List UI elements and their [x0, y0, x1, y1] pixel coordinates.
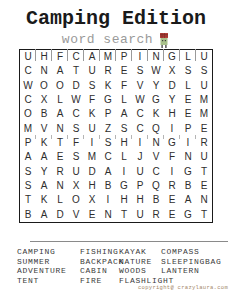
grid-cell-r10c1: S: [20, 179, 36, 193]
grid-cell-r4c11: E: [180, 93, 196, 107]
grid-cell-r4c10: Y: [164, 93, 180, 107]
grid-cell-r6c11: P: [180, 122, 196, 136]
grid-cell-r7c9: N: [148, 136, 164, 150]
grid-cell-r11c8: H: [132, 193, 148, 207]
grid-cell-r3c12: U: [196, 79, 212, 93]
grid-cell-r12c4: V: [68, 208, 84, 222]
grid-cell-r12c5: E: [84, 208, 100, 222]
grid-cell-r1c10: G: [164, 50, 180, 64]
word-list-item: CABIN: [80, 266, 124, 276]
word-list-item: SLEEPINGBAG: [161, 257, 222, 267]
grid-cell-r3c8: V: [132, 79, 148, 93]
grid-cell-r4c3: L: [52, 93, 68, 107]
grid-cell-r10c8: P: [132, 179, 148, 193]
grid-cell-r5c2: B: [36, 107, 52, 121]
grid-cell-r2c9: W: [148, 64, 164, 78]
word-list-item: SUMMER: [17, 257, 67, 267]
grid-cell-r6c6: Z: [100, 122, 116, 136]
word-list-item: BACKPACK: [80, 257, 124, 267]
grid-cell-r5c10: H: [164, 107, 180, 121]
grid-cell-r4c5: F: [84, 93, 100, 107]
grid-cell-r8c5: M: [84, 150, 100, 164]
grid-cell-r2c1: C: [20, 64, 36, 78]
word-search-worksheet: Camping Edition word search UHFCAMPINGLU…: [0, 0, 232, 300]
grid-cell-r11c6: I: [100, 193, 116, 207]
grid-cell-r1c2: H: [36, 50, 52, 64]
grid-cell-r10c12: E: [196, 179, 212, 193]
grid-cell-r2c6: R: [100, 64, 116, 78]
grid-cell-r8c9: V: [148, 150, 164, 164]
grid-cell-r8c10: F: [164, 150, 180, 164]
grid-cell-r9c11: G: [180, 165, 196, 179]
grid-cell-r9c5: D: [84, 165, 100, 179]
grid-cell-r5c12: M: [196, 107, 212, 121]
grid-cell-r4c8: W: [132, 93, 148, 107]
grid-cell-r3c10: D: [164, 79, 180, 93]
grid-cell-r11c12: N: [196, 193, 212, 207]
grid-cell-r3c5: S: [84, 79, 100, 93]
grid-cell-r5c11: E: [180, 107, 196, 121]
grid-cell-r6c9: Q: [148, 122, 164, 136]
grid-cell-r6c5: U: [84, 122, 100, 136]
grid-cell-r11c11: A: [180, 193, 196, 207]
grid-cell-r9c10: I: [164, 165, 180, 179]
grid-cell-r6c12: E: [196, 122, 212, 136]
grid-cell-r7c8: I: [132, 136, 148, 150]
grid-cell-r1c4: C: [68, 50, 84, 64]
word-list-column-2: FISHINGBACKPACKCABINFIRE: [80, 247, 124, 285]
grid-cell-r6c7: S: [116, 122, 132, 136]
grid-cell-r8c3: E: [52, 150, 68, 164]
grid-cell-r5c6: P: [100, 107, 116, 121]
grid-cell-r5c1: O: [20, 107, 36, 121]
grid-cell-r10c9: Q: [148, 179, 164, 193]
grid-cell-r9c12: T: [196, 165, 212, 179]
grid-cell-r1c1: U: [20, 50, 36, 64]
grid-cell-r5c5: K: [84, 107, 100, 121]
grid-cell-r1c11: L: [180, 50, 196, 64]
grid-cell-r4c7: L: [116, 93, 132, 107]
grid-cell-r9c1: S: [20, 165, 36, 179]
grid-cell-r3c9: Y: [148, 79, 164, 93]
wordlist-divider: [30, 241, 228, 242]
grid-cell-r6c2: V: [36, 122, 52, 136]
grid-cell-r10c6: B: [100, 179, 116, 193]
grid-cell-r4c4: W: [68, 93, 84, 107]
grid-cell-r3c4: D: [68, 79, 84, 93]
grid-cell-r12c11: G: [180, 208, 196, 222]
grid-cell-r6c8: C: [132, 122, 148, 136]
grid-cell-r4c2: X: [36, 93, 52, 107]
grid-cell-r7c12: R: [196, 136, 212, 150]
grid-cell-r11c7: H: [116, 193, 132, 207]
grid-cell-r3c6: K: [100, 79, 116, 93]
grid-cell-r7c5: I: [84, 136, 100, 150]
word-list-item: CAMPING: [17, 247, 67, 257]
grid-cell-r5c7: A: [116, 107, 132, 121]
grid-cell-r1c3: F: [52, 50, 68, 64]
grid-cell-r7c6: S: [100, 136, 116, 150]
grid-cell-r12c8: U: [132, 208, 148, 222]
grid-cell-r11c4: O: [68, 193, 84, 207]
grid-cell-r9c4: U: [68, 165, 84, 179]
grid-cell-r2c3: A: [52, 64, 68, 78]
grid-cell-r9c2: Y: [36, 165, 52, 179]
grid-cell-r10c3: N: [52, 179, 68, 193]
grid-cell-r8c7: L: [116, 150, 132, 164]
grid-cell-r7c11: I: [180, 136, 196, 150]
grid-cell-r1c5: A: [84, 50, 100, 64]
grid-cell-r2c8: S: [132, 64, 148, 78]
grid-cell-r9c9: C: [148, 165, 164, 179]
grid-cell-r8c6: C: [100, 150, 116, 164]
grid-cell-r2c7: E: [116, 64, 132, 78]
grid-cell-r3c3: O: [52, 79, 68, 93]
copyright-note: copyright@ crazylaura.com: [138, 285, 228, 291]
grid-cell-r1c12: U: [196, 50, 212, 64]
grid-cell-r2c11: S: [180, 64, 196, 78]
grid-cell-r6c1: M: [20, 122, 36, 136]
grid-cell-r10c2: A: [36, 179, 52, 193]
grid-cell-r11c3: L: [52, 193, 68, 207]
grid-cell-r12c3: D: [52, 208, 68, 222]
word-list-item: COMPASS: [161, 247, 222, 257]
subtitle-row: word search: [0, 31, 232, 47]
grid-cell-r8c1: A: [20, 150, 36, 164]
page-title: Camping Edition: [0, 7, 232, 30]
grid-cell-r6c10: I: [164, 122, 180, 136]
word-list-item: TENT: [17, 276, 67, 286]
grid-cell-r11c5: X: [84, 193, 100, 207]
grid-cell-r8c11: N: [180, 150, 196, 164]
grid-cell-r7c10: G: [164, 136, 180, 150]
grid-cell-r10c7: G: [116, 179, 132, 193]
grid-cell-r5c4: C: [68, 107, 84, 121]
word-list-item: ADVENTURE: [17, 266, 67, 276]
grid-cell-r7c7: H: [116, 136, 132, 150]
grid-cell-r2c4: T: [68, 64, 84, 78]
grid-cell-r12c10: E: [164, 208, 180, 222]
grid-cell-r12c9: R: [148, 208, 164, 222]
grid-cell-r4c12: M: [196, 93, 212, 107]
grid-cell-r1c8: I: [132, 50, 148, 64]
grid-cell-r8c4: S: [68, 150, 84, 164]
grid-cell-r1c9: N: [148, 50, 164, 64]
grid-cell-r10c4: X: [68, 179, 84, 193]
grid-cell-r11c2: K: [36, 193, 52, 207]
grid-cell-r11c9: B: [148, 193, 164, 207]
grid-cell-r7c3: T: [52, 136, 68, 150]
word-list-item: FIRE: [80, 276, 124, 286]
grid-cell-r12c2: A: [36, 208, 52, 222]
grid-cell-r8c12: U: [196, 150, 212, 164]
grid-cell-r10c11: B: [180, 179, 196, 193]
grid-cell-r2c2: N: [36, 64, 52, 78]
grid-cell-r4c6: G: [100, 93, 116, 107]
grid-cell-r2c10: X: [164, 64, 180, 78]
page-subtitle: word search: [62, 32, 153, 47]
grid-cell-r7c1: P: [20, 136, 36, 150]
word-list-column-1: CAMPINGSUMMERADVENTURETENT: [17, 247, 67, 285]
grid-cell-r2c12: S: [196, 64, 212, 78]
grid-cell-r8c2: A: [36, 150, 52, 164]
grid-cell-r12c7: T: [116, 208, 132, 222]
camping-mascot-icon: [158, 33, 170, 48]
grid-cell-r6c3: N: [52, 122, 68, 136]
grid-cell-r1c6: M: [100, 50, 116, 64]
grid-cell-r3c7: F: [116, 79, 132, 93]
grid-cell-r3c1: W: [20, 79, 36, 93]
grid-cell-r3c11: L: [180, 79, 196, 93]
grid-cell-r12c6: N: [100, 208, 116, 222]
grid-cell-r9c6: A: [100, 165, 116, 179]
grid-cell-r5c9: K: [148, 107, 164, 121]
grid-cell-r8c8: J: [132, 150, 148, 164]
grid-cell-r1c7: P: [116, 50, 132, 64]
word-list-item: LANTERN: [161, 266, 222, 276]
grid-cell-r7c4: F: [68, 136, 84, 150]
grid-cell-r11c10: E: [164, 193, 180, 207]
grid-cell-r12c1: B: [20, 208, 36, 222]
grid-cell-r5c8: C: [132, 107, 148, 121]
grid-cell-r4c9: G: [148, 93, 164, 107]
grid-cell-r10c10: R: [164, 179, 180, 193]
grid-cell-r9c3: R: [52, 165, 68, 179]
grid-cell-r4c1: C: [20, 93, 36, 107]
word-list-item: FISHING: [80, 247, 124, 257]
word-list-column-4: COMPASSSLEEPINGBAGLANTERN: [161, 247, 222, 276]
grid-cell-r2c5: U: [84, 64, 100, 78]
grid-cell-r7c2: K: [36, 136, 52, 150]
grid-cell-r6c4: S: [68, 122, 84, 136]
grid-cell-r9c8: U: [132, 165, 148, 179]
grid-cell-r11c1: T: [20, 193, 36, 207]
grid-cell-r3c2: O: [36, 79, 52, 93]
grid-cell-r5c3: A: [52, 107, 68, 121]
grid-cell-r9c7: I: [116, 165, 132, 179]
word-search-grid: UHFCAMPINGLUCNATURESWXSSWOODSKFVYDLUCXLW…: [19, 49, 213, 223]
grid-cell-r12c12: T: [196, 208, 212, 222]
grid-cell-r10c5: H: [84, 179, 100, 193]
